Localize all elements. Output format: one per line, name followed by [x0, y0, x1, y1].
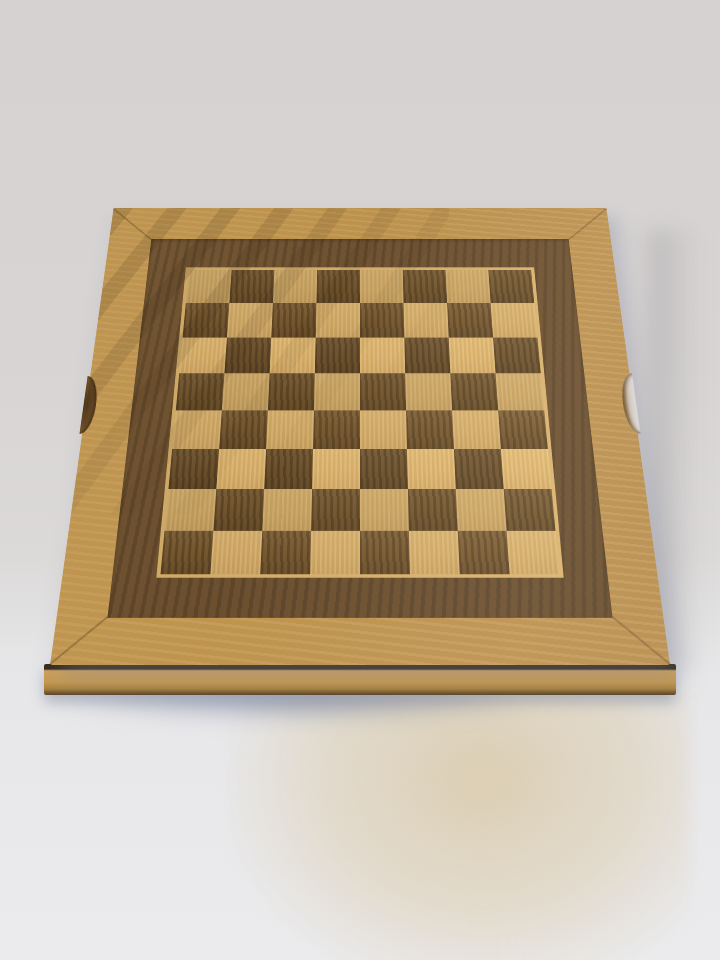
square-g7	[447, 303, 493, 337]
square-d6	[315, 338, 360, 374]
square-d7	[316, 303, 360, 337]
square-h7	[491, 303, 538, 337]
square-c6	[270, 338, 316, 374]
square-h3	[501, 449, 552, 489]
square-b5	[222, 373, 270, 410]
chess-box-lid	[50, 208, 670, 665]
square-d4	[313, 410, 360, 449]
square-a4	[172, 410, 222, 449]
square-c4	[266, 410, 314, 449]
square-f7	[404, 303, 449, 337]
square-c8	[273, 270, 317, 303]
square-e2	[360, 489, 409, 531]
square-g8	[446, 270, 491, 303]
square-a5	[176, 373, 225, 410]
square-h6	[493, 338, 541, 374]
square-c7	[271, 303, 316, 337]
square-g2	[456, 489, 507, 531]
square-a3	[168, 449, 219, 489]
square-h1	[507, 531, 560, 574]
square-c3	[264, 449, 313, 489]
square-g3	[454, 449, 504, 489]
square-e3	[360, 449, 408, 489]
photo-scene	[0, 0, 720, 960]
square-b2	[213, 489, 264, 531]
square-f6	[404, 338, 450, 374]
square-e4	[360, 410, 407, 449]
square-a1	[160, 531, 213, 574]
square-c2	[262, 489, 312, 531]
square-d8	[316, 270, 360, 303]
square-f8	[403, 270, 447, 303]
square-f5	[405, 373, 452, 410]
square-f1	[409, 531, 460, 574]
square-e5	[360, 373, 406, 410]
square-f4	[406, 410, 454, 449]
square-b8	[229, 270, 274, 303]
square-a8	[186, 270, 232, 303]
square-f2	[408, 489, 458, 531]
chess-board	[160, 270, 559, 574]
chess-box-base	[44, 664, 676, 695]
square-f3	[407, 449, 456, 489]
square-c1	[260, 531, 311, 574]
square-e8	[360, 270, 404, 303]
square-d1	[310, 531, 360, 574]
square-g6	[449, 338, 496, 374]
square-b6	[224, 338, 271, 374]
square-a7	[183, 303, 230, 337]
square-g4	[452, 410, 501, 449]
square-b1	[210, 531, 262, 574]
square-g1	[458, 531, 510, 574]
square-h4	[498, 410, 548, 449]
square-e1	[360, 531, 410, 574]
square-c5	[268, 373, 315, 410]
square-h5	[496, 373, 545, 410]
square-a2	[165, 489, 217, 531]
square-g5	[450, 373, 498, 410]
square-d2	[311, 489, 360, 531]
square-a6	[179, 338, 227, 374]
square-h8	[488, 270, 534, 303]
square-e7	[360, 303, 404, 337]
square-d3	[312, 449, 360, 489]
square-h2	[504, 489, 556, 531]
square-e6	[360, 338, 405, 374]
square-b3	[216, 449, 266, 489]
square-d5	[314, 373, 360, 410]
square-b4	[219, 410, 268, 449]
square-b7	[227, 303, 273, 337]
